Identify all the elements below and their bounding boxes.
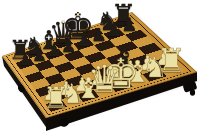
piece-black-pawn-h7: ♟: [120, 16, 139, 35]
piece-black-rook-h8: ♜: [108, 1, 138, 30]
piece-black-knight-b8: ♞: [22, 34, 47, 58]
black-queen-finial-tip: [62, 20, 65, 23]
piece-cream-pawn-f2: ♟: [121, 59, 141, 79]
piece-cream-pawn-a2: ♟: [41, 85, 60, 104]
piece-black-pawn-d7: ♟: [60, 37, 78, 55]
piece-cream-knight-g1: ♞: [140, 53, 170, 82]
piece-cream-bishop-c1: ♝: [73, 74, 103, 103]
piece-black-pawn-a7: ♟: [16, 51, 34, 68]
piece-black-king-e8: ♚: [59, 9, 96, 46]
piece-cream-pawn-h2: ♟: [154, 48, 175, 68]
piece-black-pawn-g7: ♟: [105, 21, 124, 40]
piece-cream-queen-d1: ♛: [85, 61, 123, 99]
piece-cream-pawn-e2: ♟: [104, 64, 124, 84]
black-king-finial-tip: [77, 13, 80, 16]
piece-black-bishop-f3: ♝: [109, 44, 139, 73]
piece-black-queen-d8: ♛: [46, 17, 80, 51]
piece-black-bishop-c8: ♝: [36, 28, 62, 54]
piece-cream-knight-b1: ♞: [58, 80, 86, 107]
piece-cream-pawn-c2: ♟: [72, 75, 92, 94]
piece-cream-bishop-f1: ♝: [122, 57, 153, 87]
piece-cream-rook-a1: ♜: [41, 83, 71, 113]
piece-cream-pawn-d2: ♟: [88, 69, 108, 88]
piece-black-pawn-c7: ♟: [45, 42, 63, 60]
piece-cream-pawn-b2: ♟: [57, 80, 76, 99]
piece-cream-rook-h1: ♜: [155, 45, 188, 78]
piece-black-pawn-f7: ♟: [90, 26, 109, 44]
piece-black-rook-a8: ♜: [7, 37, 34, 64]
piece-cream-pawn-g2: ♟: [137, 53, 158, 73]
pieces-layer: ♜♞♟♟♚♟♛♟♝♟♞♟♜♟♟♟♝♟♜♟♞♟♝♟♚♟♛♟♝♟♞♜: [0, 0, 200, 134]
piece-cream-king-e1: ♚: [100, 53, 142, 95]
chess-set-photo: ♜♞♟♟♚♟♛♟♝♟♞♟♜♟♟♟♝♟♜♟♞♟♝♟♚♟♛♟♝♟♞♜: [0, 0, 200, 134]
piece-black-pawn-e7: ♟: [75, 31, 94, 49]
piece-black-pawn-b7: ♟: [31, 47, 49, 64]
piece-black-knight-g8: ♞: [95, 9, 121, 35]
